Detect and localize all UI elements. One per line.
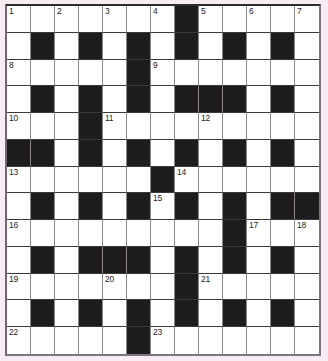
crossword-grid: 1234567891011121314151617181920212223 (5, 4, 321, 356)
black-cell-r5c7 (175, 140, 199, 167)
black-cell-r7c12 (295, 193, 319, 220)
cell-r12c6[interactable]: 23 (151, 327, 175, 354)
cell-r4c4[interactable]: 11 (103, 113, 127, 140)
cell-r6c11[interactable] (271, 167, 295, 194)
cell-r2c0[interactable]: 8 (7, 60, 31, 87)
cell-r0c6[interactable]: 4 (151, 6, 175, 33)
black-cell-r1c5 (127, 33, 151, 60)
cell-r6c7[interactable]: 14 (175, 167, 199, 194)
clue-number-2: 2 (57, 7, 61, 16)
cell-r12c8[interactable] (199, 327, 223, 354)
cell-r4c6[interactable] (151, 113, 175, 140)
black-cell-r9c9 (223, 247, 247, 274)
cell-r0c11[interactable] (271, 6, 295, 33)
cell-r9c8[interactable] (199, 247, 223, 274)
cell-r6c4[interactable] (103, 167, 127, 194)
cell-r8c7[interactable] (175, 220, 199, 247)
cell-r7c8[interactable] (199, 193, 223, 220)
cell-r5c2[interactable] (55, 140, 79, 167)
cell-r0c0[interactable]: 1 (7, 6, 31, 33)
cell-r2c2[interactable] (55, 60, 79, 87)
cell-r0c4[interactable]: 3 (103, 6, 127, 33)
cell-r10c2[interactable] (55, 274, 79, 301)
cell-r2c1[interactable] (31, 60, 55, 87)
cell-r6c8[interactable] (199, 167, 223, 194)
cell-r11c2[interactable] (55, 300, 79, 327)
cell-r12c0[interactable]: 22 (7, 327, 31, 354)
black-cell-r8c9 (223, 220, 247, 247)
black-cell-r5c9 (223, 140, 247, 167)
cell-r8c3[interactable] (79, 220, 103, 247)
black-cell-r7c5 (127, 193, 151, 220)
cell-r7c6[interactable]: 15 (151, 193, 175, 220)
cell-r11c8[interactable] (199, 300, 223, 327)
black-cell-r6c6 (151, 167, 175, 194)
black-cell-r4c3 (79, 113, 103, 140)
cell-r10c11[interactable] (271, 274, 295, 301)
clue-number-22: 22 (9, 328, 18, 337)
black-cell-r11c11 (271, 300, 295, 327)
black-cell-r11c9 (223, 300, 247, 327)
cell-r3c10[interactable] (247, 86, 271, 113)
cell-r6c9[interactable] (223, 167, 247, 194)
cell-r9c2[interactable] (55, 247, 79, 274)
black-cell-r1c11 (271, 33, 295, 60)
cell-r3c2[interactable] (55, 86, 79, 113)
cell-r10c5[interactable] (127, 274, 151, 301)
cell-r11c10[interactable] (247, 300, 271, 327)
cell-r5c8[interactable] (199, 140, 223, 167)
black-cell-r1c9 (223, 33, 247, 60)
cell-r8c0[interactable]: 16 (7, 220, 31, 247)
clue-number-19: 19 (9, 275, 18, 284)
clue-number-18: 18 (297, 221, 306, 230)
black-cell-r5c5 (127, 140, 151, 167)
cell-r12c2[interactable] (55, 327, 79, 354)
cell-r11c4[interactable] (103, 300, 127, 327)
clue-number-17: 17 (249, 221, 258, 230)
cell-r10c0[interactable]: 19 (7, 274, 31, 301)
cell-r5c12[interactable] (295, 140, 319, 167)
cell-r6c3[interactable] (79, 167, 103, 194)
black-cell-r0c7 (175, 6, 199, 33)
clue-number-23: 23 (153, 328, 162, 337)
black-cell-r12c5 (127, 327, 151, 354)
cell-r12c9[interactable] (223, 327, 247, 354)
cell-r4c1[interactable] (31, 113, 55, 140)
clue-number-7: 7 (297, 7, 301, 16)
cell-r6c0[interactable]: 13 (7, 167, 31, 194)
cell-r12c10[interactable] (247, 327, 271, 354)
cell-r3c12[interactable] (295, 86, 319, 113)
cell-r5c6[interactable] (151, 140, 175, 167)
cell-r8c10[interactable]: 17 (247, 220, 271, 247)
cell-r8c11[interactable] (271, 220, 295, 247)
clue-number-15: 15 (153, 194, 162, 203)
clue-number-6: 6 (249, 7, 253, 16)
cell-r12c3[interactable] (79, 327, 103, 354)
cell-r10c6[interactable] (151, 274, 175, 301)
clue-number-10: 10 (9, 114, 18, 123)
cell-r9c12[interactable] (295, 247, 319, 274)
black-cell-r9c1 (31, 247, 55, 274)
cell-r12c11[interactable] (271, 327, 295, 354)
black-cell-r9c11 (271, 247, 295, 274)
clue-number-21: 21 (201, 275, 210, 284)
cell-r8c2[interactable] (55, 220, 79, 247)
cell-r7c4[interactable] (103, 193, 127, 220)
cell-r6c5[interactable] (127, 167, 151, 194)
cell-r2c3[interactable] (79, 60, 103, 87)
cell-r1c8[interactable] (199, 33, 223, 60)
cell-r10c12[interactable] (295, 274, 319, 301)
cell-r6c12[interactable] (295, 167, 319, 194)
black-cell-r3c9 (223, 86, 247, 113)
black-cell-r11c7 (175, 300, 199, 327)
cell-r8c8[interactable] (199, 220, 223, 247)
black-cell-r7c7 (175, 193, 199, 220)
cell-r2c10[interactable] (247, 60, 271, 87)
clue-number-3: 3 (105, 7, 109, 16)
cell-r10c9[interactable] (223, 274, 247, 301)
cell-r10c1[interactable] (31, 274, 55, 301)
cell-r0c10[interactable]: 6 (247, 6, 271, 33)
clue-number-1: 1 (9, 7, 13, 16)
cell-r4c11[interactable] (271, 113, 295, 140)
cell-r0c1[interactable] (31, 6, 55, 33)
black-cell-r3c7 (175, 86, 199, 113)
black-cell-r1c7 (175, 33, 199, 60)
cell-r8c5[interactable] (127, 220, 151, 247)
cell-r12c12[interactable] (295, 327, 319, 354)
clue-number-5: 5 (201, 7, 205, 16)
cell-r2c8[interactable] (199, 60, 223, 87)
cell-r11c6[interactable] (151, 300, 175, 327)
crossword-page: 1234567891011121314151617181920212223 (0, 0, 328, 361)
cell-r3c4[interactable] (103, 86, 127, 113)
cell-r9c6[interactable] (151, 247, 175, 274)
cell-r1c4[interactable] (103, 33, 127, 60)
black-cell-r3c11 (271, 86, 295, 113)
cell-r1c6[interactable] (151, 33, 175, 60)
cell-r2c7[interactable] (175, 60, 199, 87)
clue-number-20: 20 (105, 275, 114, 284)
cell-r4c5[interactable] (127, 113, 151, 140)
cell-r1c10[interactable] (247, 33, 271, 60)
clue-number-4: 4 (153, 7, 157, 16)
cell-r4c2[interactable] (55, 113, 79, 140)
cell-r0c9[interactable] (223, 6, 247, 33)
black-cell-r3c1 (31, 86, 55, 113)
cell-r0c5[interactable] (127, 6, 151, 33)
clue-number-8: 8 (9, 61, 13, 70)
cell-r8c4[interactable] (103, 220, 127, 247)
clue-number-9: 9 (153, 61, 157, 70)
black-cell-r3c3 (79, 86, 103, 113)
cell-r9c0[interactable] (7, 247, 31, 274)
cell-r11c12[interactable] (295, 300, 319, 327)
black-cell-r5c11 (271, 140, 295, 167)
cell-r6c2[interactable] (55, 167, 79, 194)
cell-r10c8[interactable]: 21 (199, 274, 223, 301)
black-cell-r10c7 (175, 274, 199, 301)
cell-r12c7[interactable] (175, 327, 199, 354)
black-cell-r1c1 (31, 33, 55, 60)
cell-r0c3[interactable] (79, 6, 103, 33)
black-cell-r9c7 (175, 247, 199, 274)
cell-r7c10[interactable] (247, 193, 271, 220)
cell-r4c8[interactable]: 12 (199, 113, 223, 140)
black-cell-r7c9 (223, 193, 247, 220)
cell-r2c6[interactable]: 9 (151, 60, 175, 87)
cell-r6c10[interactable] (247, 167, 271, 194)
cell-r0c8[interactable]: 5 (199, 6, 223, 33)
cell-r7c0[interactable] (7, 193, 31, 220)
cell-r0c2[interactable]: 2 (55, 6, 79, 33)
cell-r4c9[interactable] (223, 113, 247, 140)
black-cell-r3c5 (127, 86, 151, 113)
cell-r2c12[interactable] (295, 60, 319, 87)
cell-r4c12[interactable] (295, 113, 319, 140)
cell-r2c9[interactable] (223, 60, 247, 87)
black-cell-r7c11 (271, 193, 295, 220)
cell-r8c6[interactable] (151, 220, 175, 247)
cell-r10c10[interactable] (247, 274, 271, 301)
cell-r3c0[interactable] (7, 86, 31, 113)
cell-r0c12[interactable]: 7 (295, 6, 319, 33)
cell-r7c2[interactable] (55, 193, 79, 220)
cell-r1c12[interactable] (295, 33, 319, 60)
cell-r5c10[interactable] (247, 140, 271, 167)
cell-r4c10[interactable] (247, 113, 271, 140)
black-cell-r7c3 (79, 193, 103, 220)
cell-r4c7[interactable] (175, 113, 199, 140)
clue-number-14: 14 (177, 168, 186, 177)
cell-r2c4[interactable] (103, 60, 127, 87)
cell-r11c0[interactable] (7, 300, 31, 327)
cell-r8c1[interactable] (31, 220, 55, 247)
cell-r8c12[interactable]: 18 (295, 220, 319, 247)
cell-r12c4[interactable] (103, 327, 127, 354)
cell-r10c3[interactable] (79, 274, 103, 301)
black-cell-r9c3 (79, 247, 103, 274)
black-cell-r11c1 (31, 300, 55, 327)
black-cell-r9c5 (127, 247, 151, 274)
black-cell-r1c3 (79, 33, 103, 60)
black-cell-r11c3 (79, 300, 103, 327)
cell-r12c1[interactable] (31, 327, 55, 354)
black-cell-r5c3 (79, 140, 103, 167)
black-cell-r3c8 (199, 86, 223, 113)
clue-number-11: 11 (105, 114, 113, 123)
cell-r1c2[interactable] (55, 33, 79, 60)
cell-r3c6[interactable] (151, 86, 175, 113)
cell-r1c0[interactable] (7, 33, 31, 60)
black-cell-r2c5 (127, 60, 151, 87)
black-cell-r5c1 (31, 140, 55, 167)
black-cell-r9c4 (103, 247, 127, 274)
cell-r2c11[interactable] (271, 60, 295, 87)
black-cell-r11c5 (127, 300, 151, 327)
clue-number-16: 16 (9, 221, 18, 230)
cell-r6c1[interactable] (31, 167, 55, 194)
black-cell-r7c1 (31, 193, 55, 220)
cell-r5c4[interactable] (103, 140, 127, 167)
cell-r4c0[interactable]: 10 (7, 113, 31, 140)
clue-number-12: 12 (201, 114, 210, 123)
black-cell-r5c0 (7, 140, 31, 167)
clue-number-13: 13 (9, 168, 18, 177)
cell-r10c4[interactable]: 20 (103, 274, 127, 301)
cell-r9c10[interactable] (247, 247, 271, 274)
